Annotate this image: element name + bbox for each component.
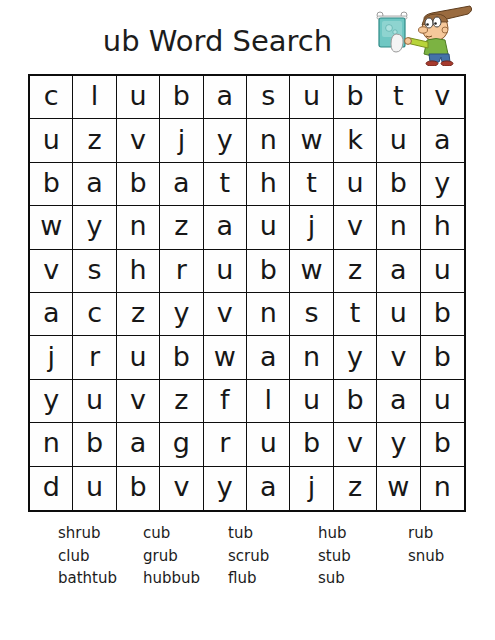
grid-cell-r5c9[interactable]: a [377,250,420,293]
word-list-item: club [58,545,143,568]
grid-cell-r8c6[interactable]: l [247,380,290,423]
eye-icon [425,18,433,28]
grid-cell-r10c3[interactable]: b [117,467,160,510]
grid-cell-r4c1[interactable]: w [30,206,73,249]
grid-cell-r8c4[interactable]: z [160,380,203,423]
nose [419,27,428,33]
eye-icon [433,17,441,27]
grid-cell-r6c7[interactable]: s [290,293,333,336]
grid-cell-r2c2[interactable]: z [73,119,116,162]
grid-cell-r7c3[interactable]: u [117,336,160,379]
word-list-item: shrub [58,522,143,545]
grid-cell-r2c5[interactable]: y [204,119,247,162]
grid-cell-r1c5[interactable]: a [204,76,247,119]
grid-cell-r5c4[interactable]: r [160,250,203,293]
word-list-column-1: shrubclubbathtub [58,522,143,590]
grid-cell-r3c2[interactable]: a [73,163,116,206]
grid-cell-r3c8[interactable]: u [334,163,377,206]
word-list-item: cub [143,522,228,545]
grid-cell-r6c6[interactable]: n [247,293,290,336]
grid-cell-r6c8[interactable]: t [334,293,377,336]
grid-cell-r6c4[interactable]: y [160,293,203,336]
grid-cell-r2c9[interactable]: u [377,119,420,162]
grid-cell-r6c10[interactable]: b [421,293,464,336]
grid-cell-r9c9[interactable]: y [377,423,420,466]
grid-cell-r8c10[interactable]: u [421,380,464,423]
word-list-item: hubbub [143,567,228,590]
grid-cell-r1c10[interactable]: v [421,76,464,119]
grid-cell-r10c6[interactable]: a [247,467,290,510]
grid-cell-r1c6[interactable]: s [247,76,290,119]
grid-cell-r4c5[interactable]: a [204,206,247,249]
word-list-column-2: cubgrubhubbub [143,522,228,590]
word-list-item: stub [318,545,408,568]
grid-cell-r6c1[interactable]: a [30,293,73,336]
page-title: ub Word Search [0,24,435,58]
puzzle-grid[interactable]: clubasubtvuzvjynwkuababathtubywynzaujvnh… [28,74,466,512]
grid-cell-r3c10[interactable]: y [421,163,464,206]
grid-cell-r5c3[interactable]: h [117,250,160,293]
grid-cell-r10c5[interactable]: y [204,467,247,510]
grid-cell-r5c2[interactable]: s [73,250,116,293]
hand [405,38,412,45]
grid-cell-r6c5[interactable]: v [204,293,247,336]
grid-cell-r2c4[interactable]: j [160,119,203,162]
word-list-column-5: rubsnub [408,522,468,590]
grid-cell-r4c6[interactable]: u [247,206,290,249]
grid-cell-r7c5[interactable]: w [204,336,247,379]
grid-cell-r3c7[interactable]: t [290,163,333,206]
grid-cell-r1c2[interactable]: l [73,76,116,119]
word-list-item: bathtub [58,567,143,590]
grid-cell-r9c10[interactable]: b [421,423,464,466]
grid-cell-r1c4[interactable]: b [160,76,203,119]
word-list-item: hub [318,522,408,545]
grid-cell-r1c7[interactable]: u [290,76,333,119]
grid-cell-r7c4[interactable]: b [160,336,203,379]
grid-cell-r8c7[interactable]: u [290,380,333,423]
grid-cell-r6c2[interactable]: c [73,293,116,336]
grid-cell-r2c1[interactable]: u [30,119,73,162]
grid-cell-r10c10[interactable]: n [421,467,464,510]
grid-cell-r9c2[interactable]: b [73,423,116,466]
grid-cell-r7c6[interactable]: a [247,336,290,379]
grid-cell-r7c7[interactable]: n [290,336,333,379]
boy-with-towel-illustration [374,4,476,66]
grid-cell-r3c3[interactable]: b [117,163,160,206]
grid-cell-r1c3[interactable]: u [117,76,160,119]
grid-cell-r4c4[interactable]: z [160,206,203,249]
grid-cell-r3c1[interactable]: b [30,163,73,206]
grid-cell-r3c5[interactable]: t [204,163,247,206]
grid-cell-r10c2[interactable]: u [73,467,116,510]
grid-cell-r3c6[interactable]: h [247,163,290,206]
grid-cell-r4c3[interactable]: n [117,206,160,249]
grid-cell-r2c7[interactable]: w [290,119,333,162]
grid-cell-r9c1[interactable]: n [30,423,73,466]
grid-cell-r4c2[interactable]: y [73,206,116,249]
grid-cell-r7c2[interactable]: r [73,336,116,379]
grid-cell-r7c10[interactable]: b [421,336,464,379]
word-list-item: rub [408,522,468,545]
grid-cell-r9c5[interactable]: r [204,423,247,466]
grid-cell-r10c7[interactable]: j [290,467,333,510]
grid-cell-r8c2[interactable]: u [73,380,116,423]
grid-cell-r5c6[interactable]: b [247,250,290,293]
grid-cell-r10c8[interactable]: z [334,467,377,510]
grid-cell-r8c1[interactable]: y [30,380,73,423]
grid-cell-r5c8[interactable]: z [334,250,377,293]
worksheet-page: ub Word Search [0,0,495,640]
word-list-item: tub [228,522,318,545]
grid-cell-r1c8[interactable]: b [334,76,377,119]
grid-cell-r8c5[interactable]: f [204,380,247,423]
grid-cell-r4c9[interactable]: n [377,206,420,249]
grid-cell-r7c9[interactable]: v [377,336,420,379]
grid-cell-r3c4[interactable]: a [160,163,203,206]
word-list-item: flub [228,567,318,590]
grid-cell-r2c3[interactable]: v [117,119,160,162]
grid-cell-r9c3[interactable]: a [117,423,160,466]
word-list-item: grub [143,545,228,568]
grid-cell-r2c6[interactable]: n [247,119,290,162]
shoe-icon [441,61,453,66]
grid-cell-r8c8[interactable]: b [334,380,377,423]
grid-cell-r5c7[interactable]: w [290,250,333,293]
grid-cell-r10c9[interactable]: w [377,467,420,510]
grid-cell-r5c5[interactable]: u [204,250,247,293]
grid-cell-r4c8[interactable]: v [334,206,377,249]
grid-cell-r2c8[interactable]: k [334,119,377,162]
word-list: shrubclubbathtubcubgrubhubbubtubscrubflu… [58,522,468,590]
grid-cell-r7c1[interactable]: j [30,336,73,379]
grid-cell-r1c9[interactable]: t [377,76,420,119]
grid-cell-r4c10[interactable]: h [421,206,464,249]
word-list-item: scrub [228,545,318,568]
grid-cell-r10c1[interactable]: d [30,467,73,510]
washcloth-icon [391,34,403,52]
grid-cell-r1c1[interactable]: c [30,76,73,119]
shoe-icon [426,61,438,66]
grid-cell-r5c10[interactable]: u [421,250,464,293]
grid-cell-r7c8[interactable]: y [334,336,377,379]
word-list-column-4: hubstubsub [318,522,408,590]
grid-cell-r5c1[interactable]: v [30,250,73,293]
grid-cell-r9c7[interactable]: b [290,423,333,466]
grid-cell-r6c3[interactable]: z [117,293,160,336]
grid-cell-r6c9[interactable]: u [377,293,420,336]
word-list-item: sub [318,567,408,590]
word-list-column-3: tubscrubflub [228,522,318,590]
grid-cell-r3c9[interactable]: b [377,163,420,206]
grid-cell-r8c3[interactable]: v [117,380,160,423]
grid-cell-r4c7[interactable]: j [290,206,333,249]
grid-cell-r9c8[interactable]: v [334,423,377,466]
word-list-item: snub [408,545,468,568]
grid-cell-r2c10[interactable]: a [421,119,464,162]
grid-cell-r9c6[interactable]: u [247,423,290,466]
grid-cell-r9c4[interactable]: g [160,423,203,466]
grid-cell-r8c9[interactable]: a [377,380,420,423]
grid-cell-r10c4[interactable]: v [160,467,203,510]
